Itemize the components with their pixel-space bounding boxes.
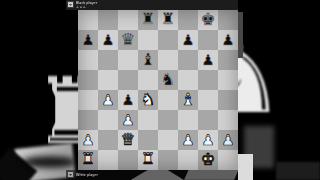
black-pawn-icon: ♟ xyxy=(82,33,95,48)
square-b8[interactable] xyxy=(98,10,118,30)
square-d8[interactable]: ♜ xyxy=(138,10,158,30)
square-e3[interactable] xyxy=(158,110,178,130)
square-b1[interactable] xyxy=(98,150,118,170)
black-pawn-icon: ♟ xyxy=(122,93,135,108)
square-d3[interactable] xyxy=(138,110,158,130)
square-c1[interactable] xyxy=(118,150,138,170)
top-player-captured-pieces: ♙♙♙ xyxy=(76,5,86,8)
top-player-avatar[interactable] xyxy=(67,1,74,8)
black-rook-icon: ♜ xyxy=(161,12,175,28)
square-h6[interactable] xyxy=(218,50,238,70)
square-h5[interactable] xyxy=(218,70,238,90)
black-pawn-icon: ♟ xyxy=(102,33,115,48)
white-pawn-icon: ♟ xyxy=(222,133,235,148)
white-pawn-icon: ♟ xyxy=(182,133,195,148)
white-pawn-icon: ♟ xyxy=(122,113,135,128)
square-e7[interactable] xyxy=(158,30,178,50)
black-knight-icon: ♞ xyxy=(161,72,176,89)
square-d5[interactable] xyxy=(138,70,158,90)
square-h7[interactable]: ♟ xyxy=(218,30,238,50)
square-g4[interactable] xyxy=(198,90,218,110)
square-d6[interactable]: ♝ xyxy=(138,50,158,70)
background-gray-strip xyxy=(238,12,243,58)
square-g8[interactable]: ♚ xyxy=(198,10,218,30)
top-player-bar: Black player ♙♙♙ xyxy=(66,0,238,10)
square-h4[interactable] xyxy=(218,90,238,110)
white-knight-icon: ♞ xyxy=(141,92,156,109)
square-h2[interactable]: ♟ xyxy=(218,130,238,150)
square-e4[interactable] xyxy=(158,90,178,110)
square-g2[interactable]: ♟ xyxy=(198,130,218,150)
white-king-icon: ♚ xyxy=(201,152,216,169)
chess-app-panel: Black player ♙♙♙ ♜♜♚♟♟♛♟♟♝♟♞♟♟♞♝♟♟♛♟♟♟♜♜… xyxy=(66,0,238,180)
square-c4[interactable]: ♟ xyxy=(118,90,138,110)
white-pawn-icon: ♟ xyxy=(202,133,215,148)
black-pawn-icon: ♟ xyxy=(182,33,195,48)
bottom-player-bar: White player xyxy=(66,170,238,180)
square-b5[interactable] xyxy=(98,70,118,90)
square-g6[interactable]: ♟ xyxy=(198,50,218,70)
black-queen-icon: ♛ xyxy=(121,32,136,49)
square-a8[interactable] xyxy=(78,10,98,30)
square-g7[interactable] xyxy=(198,30,218,50)
white-rook-icon: ♜ xyxy=(81,152,95,168)
bottom-player-avatar[interactable] xyxy=(67,171,74,178)
square-a6[interactable] xyxy=(78,50,98,70)
background-dark-square-left xyxy=(0,148,37,180)
black-pawn-icon: ♟ xyxy=(202,53,215,68)
square-d1[interactable]: ♜ xyxy=(138,150,158,170)
black-rook-icon: ♜ xyxy=(141,12,155,28)
square-f6[interactable] xyxy=(178,50,198,70)
square-f4[interactable]: ♝ xyxy=(178,90,198,110)
square-c7[interactable]: ♛ xyxy=(118,30,138,50)
square-c2[interactable]: ♛ xyxy=(118,130,138,150)
square-g1[interactable]: ♚ xyxy=(198,150,218,170)
chess-board: ♜♜♚♟♟♛♟♟♝♟♞♟♟♞♝♟♟♛♟♟♟♜♜♚ xyxy=(78,10,238,170)
video-frame: ♜ ♞ Black player ♙♙♙ ♜♜♚♟♟♛♟♟♝♟♞♟♟♞♝♟♟♛♟… xyxy=(0,0,320,180)
square-f7[interactable]: ♟ xyxy=(178,30,198,50)
square-c8[interactable] xyxy=(118,10,138,30)
square-f5[interactable] xyxy=(178,70,198,90)
square-a2[interactable]: ♟ xyxy=(78,130,98,150)
black-pawn-icon: ♟ xyxy=(222,33,235,48)
square-d2[interactable] xyxy=(138,130,158,150)
black-king-icon: ♚ xyxy=(201,12,216,29)
square-d4[interactable]: ♞ xyxy=(138,90,158,110)
square-b6[interactable] xyxy=(98,50,118,70)
white-queen-icon: ♛ xyxy=(121,132,136,149)
white-pawn-icon: ♟ xyxy=(82,133,95,148)
square-h3[interactable] xyxy=(218,110,238,130)
square-g3[interactable] xyxy=(198,110,218,130)
square-e5[interactable]: ♞ xyxy=(158,70,178,90)
square-f1[interactable] xyxy=(178,150,198,170)
black-bishop-icon: ♝ xyxy=(141,52,156,69)
square-f3[interactable] xyxy=(178,110,198,130)
white-rook-icon: ♜ xyxy=(141,152,155,168)
square-c5[interactable] xyxy=(118,70,138,90)
square-h8[interactable] xyxy=(218,10,238,30)
square-c6[interactable] xyxy=(118,50,138,70)
square-a7[interactable]: ♟ xyxy=(78,30,98,50)
background-dim-square-right xyxy=(276,162,320,180)
square-b2[interactable] xyxy=(98,130,118,150)
square-f8[interactable] xyxy=(178,10,198,30)
square-c3[interactable]: ♟ xyxy=(118,110,138,130)
square-b4[interactable]: ♟ xyxy=(98,90,118,110)
square-a5[interactable] xyxy=(78,70,98,90)
square-a3[interactable] xyxy=(78,110,98,130)
white-bishop-icon: ♝ xyxy=(181,92,196,109)
square-f2[interactable]: ♟ xyxy=(178,130,198,150)
background-knight-base xyxy=(244,126,274,168)
square-h1[interactable] xyxy=(218,150,238,170)
square-e1[interactable] xyxy=(158,150,178,170)
square-g5[interactable] xyxy=(198,70,218,90)
square-a1[interactable]: ♜ xyxy=(78,150,98,170)
square-e2[interactable] xyxy=(158,130,178,150)
bottom-player-name: White player xyxy=(76,173,98,176)
square-e6[interactable] xyxy=(158,50,178,70)
background-light-square-right xyxy=(238,154,253,180)
white-pawn-icon: ♟ xyxy=(102,93,115,108)
captured-pawn-icon: ♙ xyxy=(83,5,86,9)
square-a4[interactable] xyxy=(78,90,98,110)
square-e8[interactable]: ♜ xyxy=(158,10,178,30)
square-b3[interactable] xyxy=(98,110,118,130)
square-b7[interactable]: ♟ xyxy=(98,30,118,50)
square-d7[interactable] xyxy=(138,30,158,50)
